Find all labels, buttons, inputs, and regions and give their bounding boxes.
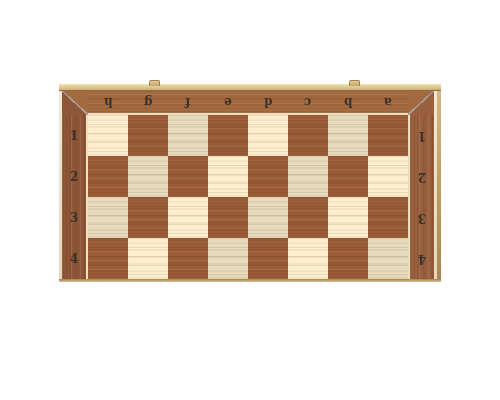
board-side-edge-gold [437, 91, 441, 279]
square-e1[interactable] [208, 115, 248, 156]
rank-label-text: 4 [70, 253, 78, 265]
file-label-text: f [185, 96, 190, 108]
square-d2[interactable] [248, 156, 288, 197]
file-label-text: g [144, 96, 152, 108]
square-h4[interactable] [88, 238, 128, 279]
rank-label-right-3: 3 [408, 197, 434, 238]
file-label-text: d [264, 96, 272, 108]
file-label-a: a [368, 91, 408, 115]
file-label-h: h [88, 91, 128, 115]
square-a2[interactable] [368, 156, 408, 197]
square-h3[interactable] [88, 197, 128, 238]
square-g4[interactable] [128, 238, 168, 279]
hinge-icon [149, 80, 160, 86]
square-d3[interactable] [248, 197, 288, 238]
square-g2[interactable] [128, 156, 168, 197]
square-g1[interactable] [128, 115, 168, 156]
rank-label-left-4: 4 [62, 238, 88, 279]
square-a3[interactable] [368, 197, 408, 238]
square-h2[interactable] [88, 156, 128, 197]
rank-label-left-3: 3 [62, 197, 88, 238]
hinge-icon [349, 80, 360, 86]
file-label-e: e [208, 91, 248, 115]
board-grid: hgfedcba11223344 [62, 91, 434, 279]
square-e2[interactable] [208, 156, 248, 197]
frame-corner-top-left [62, 91, 88, 115]
square-f4[interactable] [168, 238, 208, 279]
square-d1[interactable] [248, 115, 288, 156]
board-back-edge [59, 84, 441, 91]
file-label-d: d [248, 91, 288, 115]
file-label-g: g [128, 91, 168, 115]
rank-label-text: 1 [418, 130, 426, 142]
file-label-b: b [328, 91, 368, 115]
rank-label-right-1: 1 [408, 115, 434, 156]
square-c4[interactable] [288, 238, 328, 279]
rank-label-text: 3 [70, 212, 78, 224]
file-label-c: c [288, 91, 328, 115]
rank-label-text: 2 [418, 171, 426, 183]
square-f1[interactable] [168, 115, 208, 156]
square-e4[interactable] [208, 238, 248, 279]
square-b3[interactable] [328, 197, 368, 238]
rank-label-text: 4 [418, 253, 426, 265]
square-e3[interactable] [208, 197, 248, 238]
square-f3[interactable] [168, 197, 208, 238]
rank-label-text: 3 [418, 212, 426, 224]
board-fold-edge [59, 279, 441, 282]
square-c1[interactable] [288, 115, 328, 156]
file-label-text: h [104, 96, 113, 108]
rank-label-right-4: 4 [408, 238, 434, 279]
rank-label-text: 1 [70, 130, 78, 142]
square-b1[interactable] [328, 115, 368, 156]
square-h1[interactable] [88, 115, 128, 156]
square-b2[interactable] [328, 156, 368, 197]
file-label-text: b [344, 96, 352, 108]
frame-corner-top-right [408, 91, 434, 115]
file-label-text: e [224, 96, 232, 108]
file-label-text: a [384, 96, 392, 108]
square-c3[interactable] [288, 197, 328, 238]
square-g3[interactable] [128, 197, 168, 238]
square-a4[interactable] [368, 238, 408, 279]
rank-label-left-1: 1 [62, 115, 88, 156]
file-label-f: f [168, 91, 208, 115]
square-a1[interactable] [368, 115, 408, 156]
file-label-text: c [304, 96, 311, 108]
square-c2[interactable] [288, 156, 328, 197]
square-b4[interactable] [328, 238, 368, 279]
chessboard: hgfedcba11223344 [59, 84, 441, 282]
square-d4[interactable] [248, 238, 288, 279]
rank-label-left-2: 2 [62, 156, 88, 197]
rank-label-text: 2 [70, 171, 78, 183]
rank-label-right-2: 2 [408, 156, 434, 197]
square-f2[interactable] [168, 156, 208, 197]
